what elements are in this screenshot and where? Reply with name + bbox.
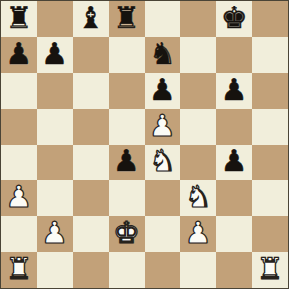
square-f7[interactable]: [180, 37, 216, 73]
square-e1[interactable]: [145, 252, 181, 288]
square-e7[interactable]: ♞: [145, 37, 181, 73]
square-d2[interactable]: ♚: [109, 216, 145, 252]
square-a8[interactable]: ♜: [1, 1, 37, 37]
piece-white-knight-f3[interactable]: ♞: [185, 182, 212, 212]
square-h1[interactable]: ♜: [252, 252, 288, 288]
square-h6[interactable]: [252, 73, 288, 109]
square-c6[interactable]: [73, 73, 109, 109]
square-f8[interactable]: [180, 1, 216, 37]
square-f6[interactable]: [180, 73, 216, 109]
square-a4[interactable]: [1, 145, 37, 181]
square-h5[interactable]: [252, 109, 288, 145]
piece-white-rook-a1[interactable]: ♜: [5, 254, 32, 284]
square-e2[interactable]: [145, 216, 181, 252]
piece-white-pawn-a3[interactable]: ♟: [5, 182, 32, 212]
piece-black-rook-a8[interactable]: ♜: [5, 3, 32, 33]
piece-white-pawn-e5[interactable]: ♟: [149, 111, 176, 141]
square-c8[interactable]: ♝: [73, 1, 109, 37]
square-c2[interactable]: [73, 216, 109, 252]
square-a7[interactable]: ♟: [1, 37, 37, 73]
piece-black-rook-d8[interactable]: ♜: [113, 3, 140, 33]
square-d6[interactable]: [109, 73, 145, 109]
square-f5[interactable]: [180, 109, 216, 145]
square-g3[interactable]: [216, 180, 252, 216]
chess-board-grid: ♜♝♜♚♟♟♞♟♟♟♟♞♟♟♞♟♚♟♜♜: [1, 1, 288, 288]
square-g6[interactable]: ♟: [216, 73, 252, 109]
piece-white-pawn-b2[interactable]: ♟: [41, 218, 68, 248]
piece-black-pawn-e6[interactable]: ♟: [149, 75, 176, 105]
square-h3[interactable]: [252, 180, 288, 216]
piece-white-rook-h1[interactable]: ♜: [257, 254, 284, 284]
square-e4[interactable]: ♞: [145, 145, 181, 181]
square-c7[interactable]: [73, 37, 109, 73]
chess-board: ♜♝♜♚♟♟♞♟♟♟♟♞♟♟♞♟♚♟♜♜: [0, 0, 289, 289]
square-f4[interactable]: [180, 145, 216, 181]
square-b7[interactable]: ♟: [37, 37, 73, 73]
square-g5[interactable]: [216, 109, 252, 145]
square-c1[interactable]: [73, 252, 109, 288]
square-b4[interactable]: [37, 145, 73, 181]
square-f1[interactable]: [180, 252, 216, 288]
square-b1[interactable]: [37, 252, 73, 288]
square-b5[interactable]: [37, 109, 73, 145]
square-a2[interactable]: [1, 216, 37, 252]
square-d1[interactable]: [109, 252, 145, 288]
square-a3[interactable]: ♟: [1, 180, 37, 216]
square-g2[interactable]: [216, 216, 252, 252]
square-b3[interactable]: [37, 180, 73, 216]
square-h2[interactable]: [252, 216, 288, 252]
square-a6[interactable]: [1, 73, 37, 109]
piece-black-pawn-b7[interactable]: ♟: [41, 39, 68, 69]
square-g8[interactable]: ♚: [216, 1, 252, 37]
square-c5[interactable]: [73, 109, 109, 145]
square-h8[interactable]: [252, 1, 288, 37]
square-b8[interactable]: [37, 1, 73, 37]
square-d5[interactable]: [109, 109, 145, 145]
square-h4[interactable]: [252, 145, 288, 181]
piece-black-pawn-g4[interactable]: ♟: [221, 146, 248, 176]
piece-black-pawn-g6[interactable]: ♟: [221, 75, 248, 105]
square-e3[interactable]: [145, 180, 181, 216]
piece-black-pawn-d4[interactable]: ♟: [113, 146, 140, 176]
square-c3[interactable]: [73, 180, 109, 216]
square-b2[interactable]: ♟: [37, 216, 73, 252]
square-e6[interactable]: ♟: [145, 73, 181, 109]
piece-white-pawn-f2[interactable]: ♟: [185, 218, 212, 248]
square-d8[interactable]: ♜: [109, 1, 145, 37]
square-a5[interactable]: [1, 109, 37, 145]
piece-black-knight-e7[interactable]: ♞: [149, 39, 176, 69]
square-a1[interactable]: ♜: [1, 252, 37, 288]
square-h7[interactable]: [252, 37, 288, 73]
piece-white-knight-e4[interactable]: ♞: [149, 146, 176, 176]
square-e5[interactable]: ♟: [145, 109, 181, 145]
square-g4[interactable]: ♟: [216, 145, 252, 181]
square-c4[interactable]: [73, 145, 109, 181]
square-e8[interactable]: [145, 1, 181, 37]
square-b6[interactable]: [37, 73, 73, 109]
square-g7[interactable]: [216, 37, 252, 73]
square-f2[interactable]: ♟: [180, 216, 216, 252]
piece-black-pawn-a7[interactable]: ♟: [5, 39, 32, 69]
square-d4[interactable]: ♟: [109, 145, 145, 181]
square-d3[interactable]: [109, 180, 145, 216]
piece-black-bishop-c8[interactable]: ♝: [77, 3, 104, 33]
square-f3[interactable]: ♞: [180, 180, 216, 216]
square-g1[interactable]: [216, 252, 252, 288]
piece-white-king-d2[interactable]: ♚: [113, 218, 140, 248]
square-d7[interactable]: [109, 37, 145, 73]
piece-black-king-g8[interactable]: ♚: [221, 3, 248, 33]
